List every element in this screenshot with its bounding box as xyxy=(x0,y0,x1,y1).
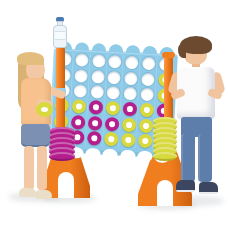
bottom-scallop-5 xyxy=(120,150,136,162)
bottom-scallop-3 xyxy=(86,148,102,160)
girl-shoe-left xyxy=(19,188,36,197)
cell-r1c6[interactable] xyxy=(140,56,158,72)
empty-hole xyxy=(92,54,106,68)
girl-held-yellow-disc xyxy=(36,102,53,117)
product-photo-scene: connect-four-giant-garden-set xyxy=(0,0,228,228)
yellow-disc xyxy=(121,133,136,148)
bottle-label xyxy=(55,31,65,40)
magenta-disc xyxy=(89,100,104,115)
cell-r1c4[interactable] xyxy=(107,54,125,70)
empty-hole xyxy=(142,57,156,71)
empty-hole xyxy=(141,88,155,102)
boy-sneaker-right xyxy=(199,182,218,194)
boy-jeans-leg-left xyxy=(181,134,195,182)
cell-r4c4[interactable] xyxy=(104,100,122,116)
top-scallop-4 xyxy=(109,44,123,53)
cell-r1c3[interactable] xyxy=(90,53,108,69)
cell-r2c6[interactable] xyxy=(139,71,157,87)
girl-denim-shorts xyxy=(21,124,50,147)
empty-hole xyxy=(125,56,139,70)
boy-figure xyxy=(170,36,228,204)
yellow-disc xyxy=(139,103,154,118)
boy-hair-side xyxy=(178,44,186,58)
cell-r6c6[interactable] xyxy=(136,133,154,149)
cell-r1c5[interactable] xyxy=(123,55,141,71)
yellow-disc xyxy=(138,134,153,149)
cell-r2c5[interactable] xyxy=(123,70,141,86)
cell-r6c3[interactable] xyxy=(86,130,104,146)
cell-r2c4[interactable] xyxy=(106,69,124,85)
cell-r3c4[interactable] xyxy=(105,85,123,101)
empty-hole xyxy=(74,69,88,83)
cell-r2c2[interactable] xyxy=(72,68,90,84)
top-scallop-3 xyxy=(92,43,106,52)
cell-r2c3[interactable] xyxy=(89,68,107,84)
yellow-disc xyxy=(72,99,87,114)
bottle-body xyxy=(53,25,67,48)
magenta-disc xyxy=(87,131,102,146)
cell-r6c4[interactable] xyxy=(102,131,120,147)
empty-hole xyxy=(75,53,89,67)
top-scallop-5 xyxy=(126,45,140,54)
empty-hole xyxy=(73,84,87,98)
cell-r3c2[interactable] xyxy=(71,83,89,99)
empty-hole xyxy=(91,70,105,84)
magenta-disc xyxy=(105,117,120,132)
bottom-scallop-4 xyxy=(103,149,119,161)
cell-r6c5[interactable] xyxy=(119,132,137,148)
cell-r4c6[interactable] xyxy=(138,102,156,118)
yellow-disc xyxy=(106,101,121,116)
girl-hair-top xyxy=(17,52,44,65)
empty-hole xyxy=(124,87,138,101)
yellow-disc xyxy=(122,117,137,132)
cell-r5c3[interactable] xyxy=(86,115,104,131)
yellow-disc xyxy=(104,132,119,147)
cell-r5c4[interactable] xyxy=(103,116,121,132)
empty-hole xyxy=(109,55,123,69)
boy-jeans-leg-right xyxy=(198,134,212,182)
magenta-disc xyxy=(88,116,103,131)
cell-r1c2[interactable] xyxy=(73,52,91,68)
cell-r4c5[interactable] xyxy=(121,101,139,117)
empty-hole xyxy=(125,72,139,86)
cell-r4c2[interactable] xyxy=(70,98,88,114)
cell-r3c5[interactable] xyxy=(122,86,140,102)
cell-r5c6[interactable] xyxy=(137,117,155,133)
yellow-disc xyxy=(138,118,153,133)
cell-r5c5[interactable] xyxy=(120,117,138,133)
girl-figure xyxy=(6,52,66,204)
empty-hole xyxy=(141,72,155,86)
girl-shoe-right xyxy=(35,190,52,199)
girl-leg-left xyxy=(24,146,34,190)
water-bottle xyxy=(53,17,67,48)
girl-leg-right xyxy=(37,146,47,190)
magenta-disc xyxy=(122,102,137,117)
empty-hole xyxy=(90,85,104,99)
boy-sneaker-left xyxy=(176,180,195,192)
cell-r3c6[interactable] xyxy=(139,87,157,103)
empty-hole xyxy=(108,71,122,85)
cell-r3c3[interactable] xyxy=(88,84,106,100)
empty-hole xyxy=(107,86,121,100)
cell-r4c3[interactable] xyxy=(87,99,105,115)
top-scallop-2 xyxy=(75,42,89,51)
top-scallop-6 xyxy=(143,46,157,55)
bottom-scallop-6 xyxy=(137,151,153,163)
